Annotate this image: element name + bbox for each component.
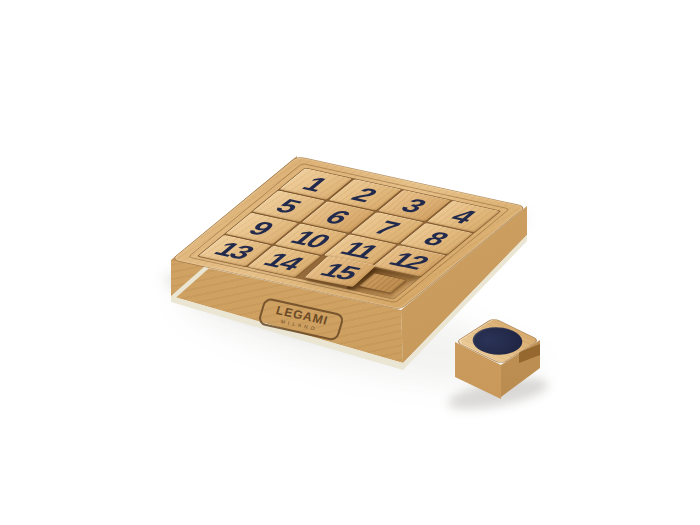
tile-2-label: 2	[347, 185, 384, 206]
tile-6-label: 6	[320, 207, 357, 228]
tile-5-label: 5	[270, 196, 307, 217]
tile-14-label: 14	[258, 250, 310, 274]
empty-slot-plateau	[358, 273, 407, 294]
tile-15-label: 15	[315, 260, 366, 284]
tile-1-label: 1	[297, 174, 334, 195]
tile-9-label: 9	[243, 218, 280, 239]
tile-7-label: 7	[369, 218, 406, 239]
tile-12-label: 12	[384, 249, 436, 273]
tile-3-label: 3	[396, 195, 433, 216]
product-photo-stage: LEGAMI MILANO 1 2 3 4 5 6 7 8 9 10 11 12…	[0, 0, 700, 525]
tile-10-label: 10	[285, 227, 337, 251]
tile-8-label: 8	[418, 228, 455, 249]
tile-13-label: 13	[209, 239, 261, 263]
tile-4-label: 4	[445, 206, 482, 227]
